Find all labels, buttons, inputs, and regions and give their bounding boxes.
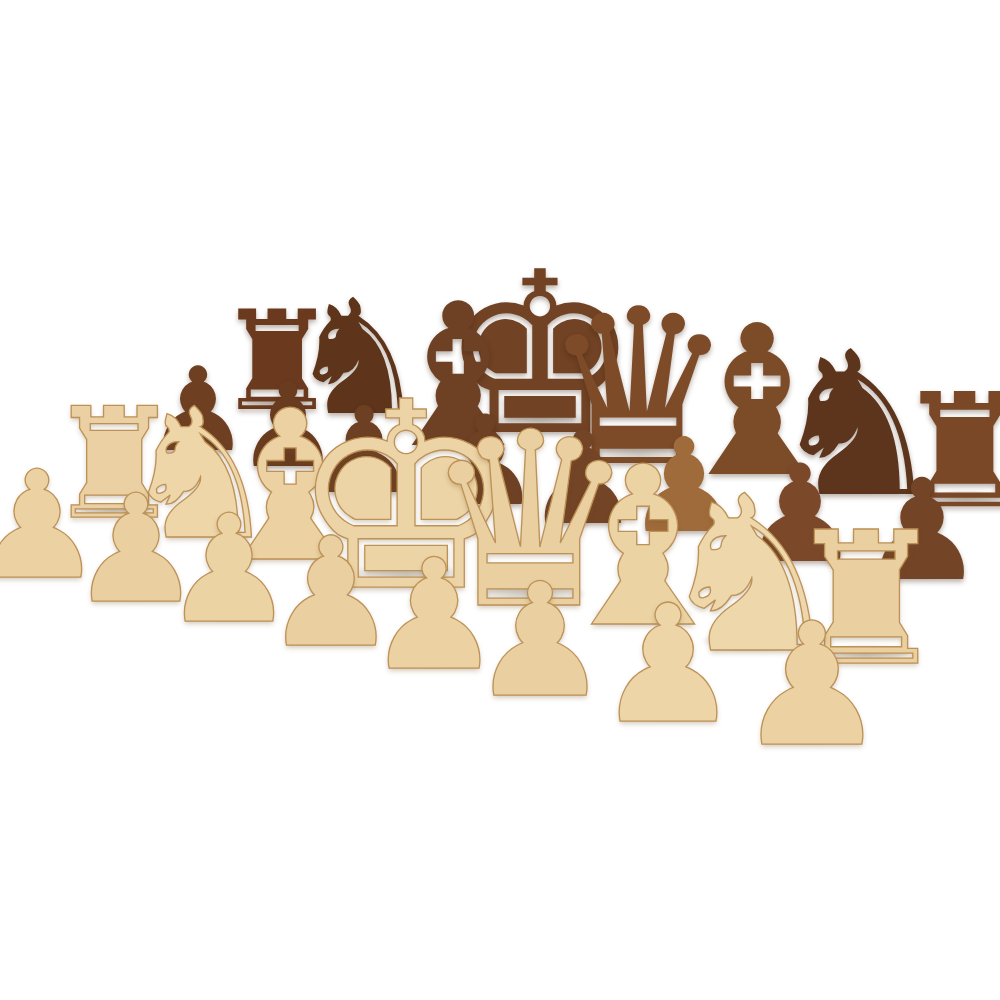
- light-pawn-8: ♟: [736, 600, 888, 770]
- light-pawn-7: ♟: [595, 583, 741, 746]
- chess-set-product-photo: ♜♞♝♚♛♝♞♜♟♟♟♟♟♟♟♟♜♞♝♚♛♝♞♜♟♟♟♟♟♟♟♟: [0, 0, 1000, 1000]
- light-pawn-6: ♟: [470, 562, 611, 719]
